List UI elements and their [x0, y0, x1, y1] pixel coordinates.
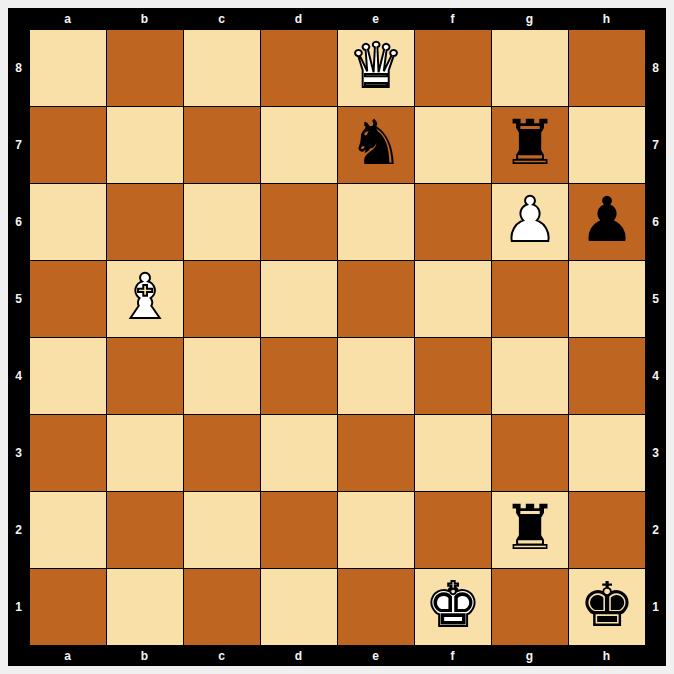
- square-a4[interactable]: [29, 337, 106, 414]
- square-d7[interactable]: [260, 106, 337, 183]
- square-d3[interactable]: [260, 414, 337, 491]
- file-label-bottom-e: e: [337, 645, 414, 666]
- square-d5[interactable]: [260, 260, 337, 337]
- file-label-bottom-f: f: [414, 645, 491, 666]
- square-d6[interactable]: [260, 183, 337, 260]
- square-a5[interactable]: [29, 260, 106, 337]
- square-f2[interactable]: [414, 491, 491, 568]
- square-d8[interactable]: [260, 29, 337, 106]
- square-d1[interactable]: [260, 568, 337, 645]
- square-e5[interactable]: [337, 260, 414, 337]
- square-h1[interactable]: ♚: [568, 568, 645, 645]
- file-label-top-d: d: [260, 8, 337, 29]
- square-b3[interactable]: [106, 414, 183, 491]
- square-c5[interactable]: [183, 260, 260, 337]
- square-b5[interactable]: ♝: [106, 260, 183, 337]
- square-f5[interactable]: [414, 260, 491, 337]
- square-d2[interactable]: [260, 491, 337, 568]
- rank-label-left-3: 3: [8, 414, 29, 491]
- square-c4[interactable]: [183, 337, 260, 414]
- file-label-top-f: f: [414, 8, 491, 29]
- square-b7[interactable]: [106, 106, 183, 183]
- file-label-top-g: g: [491, 8, 568, 29]
- square-e8[interactable]: ♛: [337, 29, 414, 106]
- square-a2[interactable]: [29, 491, 106, 568]
- square-d4[interactable]: [260, 337, 337, 414]
- square-h7[interactable]: [568, 106, 645, 183]
- square-f3[interactable]: [414, 414, 491, 491]
- file-label-top-e: e: [337, 8, 414, 29]
- square-b8[interactable]: [106, 29, 183, 106]
- square-g1[interactable]: [491, 568, 568, 645]
- file-label-bottom-g: g: [491, 645, 568, 666]
- square-h8[interactable]: [568, 29, 645, 106]
- rank-label-right-8: 8: [645, 29, 666, 106]
- file-label-bottom-a: a: [29, 645, 106, 666]
- rank-label-left-7: 7: [8, 106, 29, 183]
- square-b2[interactable]: [106, 491, 183, 568]
- square-g2[interactable]: ♜: [491, 491, 568, 568]
- rank-label-right-1: 1: [645, 568, 666, 645]
- piece-white-pawn[interactable]: ♟: [502, 189, 558, 251]
- square-c8[interactable]: [183, 29, 260, 106]
- piece-black-knight[interactable]: ♞: [348, 112, 404, 174]
- file-label-top-h: h: [568, 8, 645, 29]
- square-f7[interactable]: [414, 106, 491, 183]
- frame-corner-top-right: [645, 8, 666, 29]
- rank-label-right-6: 6: [645, 183, 666, 260]
- rank-label-left-6: 6: [8, 183, 29, 260]
- square-a7[interactable]: [29, 106, 106, 183]
- square-e2[interactable]: [337, 491, 414, 568]
- square-b4[interactable]: [106, 337, 183, 414]
- frame-corner-top-left: [8, 8, 29, 29]
- piece-white-bishop[interactable]: ♝: [117, 266, 173, 328]
- rank-label-left-5: 5: [8, 260, 29, 337]
- file-label-top-b: b: [106, 8, 183, 29]
- rank-label-right-5: 5: [645, 260, 666, 337]
- rank-label-right-7: 7: [645, 106, 666, 183]
- piece-black-king[interactable]: ♚: [579, 574, 635, 636]
- square-h4[interactable]: [568, 337, 645, 414]
- rank-label-left-8: 8: [8, 29, 29, 106]
- square-h6[interactable]: ♟: [568, 183, 645, 260]
- square-c1[interactable]: [183, 568, 260, 645]
- square-c6[interactable]: [183, 183, 260, 260]
- file-label-top-c: c: [183, 8, 260, 29]
- square-c3[interactable]: [183, 414, 260, 491]
- frame-corner-bottom-left: [8, 645, 29, 666]
- file-label-bottom-c: c: [183, 645, 260, 666]
- square-f4[interactable]: [414, 337, 491, 414]
- page-background: abcdefgh8♛87♞♜76♟♟65♝544332♜21♚♚1abcdefg…: [0, 0, 674, 674]
- square-a6[interactable]: [29, 183, 106, 260]
- square-g4[interactable]: [491, 337, 568, 414]
- chessboard: abcdefgh8♛87♞♜76♟♟65♝544332♜21♚♚1abcdefg…: [8, 8, 666, 666]
- file-label-top-a: a: [29, 8, 106, 29]
- piece-white-queen[interactable]: ♛: [348, 35, 404, 97]
- square-h3[interactable]: [568, 414, 645, 491]
- square-a8[interactable]: [29, 29, 106, 106]
- file-label-bottom-b: b: [106, 645, 183, 666]
- square-g8[interactable]: [491, 29, 568, 106]
- square-f8[interactable]: [414, 29, 491, 106]
- piece-black-rook[interactable]: ♜: [502, 112, 558, 174]
- rank-label-left-2: 2: [8, 491, 29, 568]
- piece-black-rook[interactable]: ♜: [502, 497, 558, 559]
- square-a1[interactable]: [29, 568, 106, 645]
- square-f1[interactable]: ♚: [414, 568, 491, 645]
- rank-label-left-1: 1: [8, 568, 29, 645]
- piece-black-pawn[interactable]: ♟: [579, 189, 635, 251]
- square-c7[interactable]: [183, 106, 260, 183]
- file-label-bottom-h: h: [568, 645, 645, 666]
- square-e7[interactable]: ♞: [337, 106, 414, 183]
- square-g7[interactable]: ♜: [491, 106, 568, 183]
- square-b1[interactable]: [106, 568, 183, 645]
- square-e1[interactable]: [337, 568, 414, 645]
- square-e6[interactable]: [337, 183, 414, 260]
- rank-label-left-4: 4: [8, 337, 29, 414]
- square-e3[interactable]: [337, 414, 414, 491]
- square-h2[interactable]: [568, 491, 645, 568]
- frame-corner-bottom-right: [645, 645, 666, 666]
- rank-label-right-2: 2: [645, 491, 666, 568]
- square-f6[interactable]: [414, 183, 491, 260]
- square-e4[interactable]: [337, 337, 414, 414]
- square-g3[interactable]: [491, 414, 568, 491]
- square-a3[interactable]: [29, 414, 106, 491]
- square-h5[interactable]: [568, 260, 645, 337]
- square-b6[interactable]: [106, 183, 183, 260]
- rank-label-right-4: 4: [645, 337, 666, 414]
- piece-white-king[interactable]: ♚: [425, 574, 481, 636]
- rank-label-right-3: 3: [645, 414, 666, 491]
- square-c2[interactable]: [183, 491, 260, 568]
- file-label-bottom-d: d: [260, 645, 337, 666]
- square-g6[interactable]: ♟: [491, 183, 568, 260]
- square-g5[interactable]: [491, 260, 568, 337]
